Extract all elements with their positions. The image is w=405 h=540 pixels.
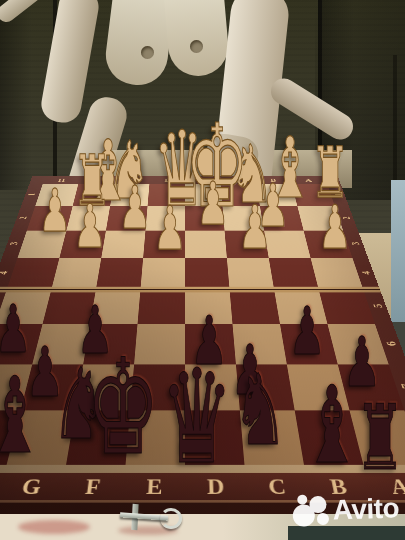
square-a2 (297, 206, 343, 231)
clasp-hook (160, 508, 182, 529)
file-label-far-c: C (234, 178, 241, 183)
square-f5 (90, 289, 140, 324)
square-e6 (134, 324, 185, 364)
file-label-far-a: A (304, 178, 312, 183)
file-label-near-d: D (207, 475, 225, 499)
square-c2 (222, 206, 264, 231)
square-g7 (20, 364, 83, 410)
square-c1 (221, 184, 260, 206)
wall-plank-gap (393, 55, 397, 185)
square-e1 (148, 184, 185, 206)
chair-slat-hole (190, 40, 203, 53)
board-fold-hinge (0, 287, 381, 293)
file-label-far-d: D (199, 178, 206, 183)
square-a5 (318, 289, 374, 324)
square-a7 (338, 364, 405, 410)
chair-slat-hole (141, 46, 154, 59)
blue-object (391, 180, 405, 325)
square-e5 (138, 289, 185, 324)
square-f3 (101, 230, 145, 258)
square-d6 (185, 324, 236, 364)
square-d8 (185, 411, 244, 465)
file-label-near-e: E (146, 475, 163, 499)
square-e7 (130, 364, 185, 410)
file-label-near-c: C (267, 475, 287, 499)
chess-board: HHGGFFEEDDCCBBAA1122334455667788 (0, 176, 405, 518)
square-c4 (227, 258, 274, 289)
rank-label-right-5: 5 (370, 304, 386, 308)
square-d3 (185, 230, 227, 258)
square-c3 (225, 230, 269, 258)
file-label-far-f: F (129, 178, 135, 183)
square-f1 (110, 184, 149, 206)
rank-label-left-4: 4 (0, 271, 11, 275)
square-d2 (185, 206, 225, 231)
square-g3 (59, 230, 106, 258)
rank-label-left-1: 1 (26, 193, 38, 196)
board-clasp (116, 504, 182, 532)
avito-logo-icon (292, 493, 335, 530)
file-label-near-f: F (84, 475, 102, 499)
square-c5 (229, 289, 279, 324)
square-f6 (83, 324, 137, 364)
square-g1 (73, 184, 114, 206)
photo-scene: HHGGFFEEDDCCBBAA1122334455667788 ♜♝♞♛♚♞♝… (0, 0, 405, 540)
table-stain (18, 520, 90, 534)
square-h2 (27, 206, 73, 231)
file-label-far-b: B (270, 178, 277, 183)
file-label-far-e: E (164, 178, 170, 183)
square-e8 (126, 411, 185, 465)
rank-label-right-7: 7 (398, 384, 405, 389)
square-h1 (35, 184, 78, 206)
square-f8 (66, 411, 130, 465)
square-e3 (143, 230, 185, 258)
rank-label-right-4: 4 (359, 271, 374, 275)
square-f2 (106, 206, 148, 231)
square-g2 (66, 206, 110, 231)
square-b1 (256, 184, 297, 206)
square-a4 (311, 258, 363, 289)
square-a6 (327, 324, 388, 364)
square-g5 (43, 289, 96, 324)
square-d1 (185, 184, 222, 206)
square-e4 (141, 258, 185, 289)
square-f4 (96, 258, 143, 289)
board-trim (0, 465, 405, 473)
square-d5 (185, 289, 232, 324)
square-a3 (304, 230, 353, 258)
square-e2 (145, 206, 185, 231)
square-a1 (292, 184, 335, 206)
rank-label-left-3: 3 (7, 242, 21, 245)
rank-label-right-2: 2 (340, 216, 353, 219)
file-label-far-h: H (57, 178, 65, 183)
square-g4 (52, 258, 102, 289)
square-g6 (32, 324, 90, 364)
square-c8 (240, 411, 304, 465)
rank-label-right-3: 3 (349, 242, 363, 245)
rank-label-right-6: 6 (383, 341, 400, 346)
rank-label-left-2: 2 (17, 216, 30, 219)
square-b2 (260, 206, 304, 231)
board-squares (0, 184, 405, 465)
square-c6 (232, 324, 286, 364)
square-b3 (264, 230, 311, 258)
avito-watermark-text: Avito (332, 492, 400, 526)
square-c7 (236, 364, 295, 410)
file-label-far-g: G (93, 178, 101, 183)
square-h3 (18, 230, 67, 258)
square-d4 (185, 258, 229, 289)
rank-label-right-1: 1 (332, 193, 344, 196)
square-f7 (75, 364, 134, 410)
square-d7 (185, 364, 240, 410)
